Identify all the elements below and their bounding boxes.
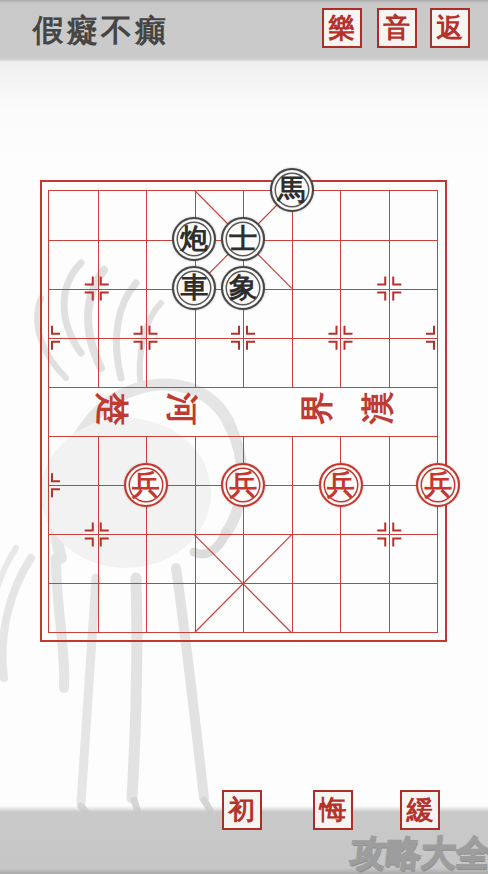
piece-red-soldier[interactable]: 兵: [221, 463, 265, 507]
board-cell: [49, 338, 98, 387]
app-screen: 假癡不癲 樂 音 返 楚河界漢馬炮士車象兵兵兵兵 初 悔 緩 攻略: [0, 0, 488, 874]
board-cell: [340, 191, 389, 240]
board-cell: [195, 534, 244, 583]
site-watermark: 攻略大全: [349, 830, 488, 874]
board-cell: [292, 338, 341, 387]
board-cell: [340, 387, 389, 436]
board-cell: [195, 387, 244, 436]
board-cell: [292, 240, 341, 289]
piece-black-advisor[interactable]: 士: [221, 217, 265, 261]
board-cell: [98, 338, 147, 387]
board-cell: [292, 289, 341, 338]
board-cell: [389, 338, 438, 387]
board-cell: [195, 583, 244, 632]
music-button[interactable]: 樂: [322, 8, 362, 48]
board-cell: [389, 534, 438, 583]
board-cell: [195, 338, 244, 387]
board-cell: [98, 534, 147, 583]
board-cell: [146, 338, 195, 387]
board-cell: [49, 191, 98, 240]
undo-button[interactable]: 悔: [313, 790, 353, 830]
board-cell: [98, 240, 147, 289]
board-cell: [49, 583, 98, 632]
board-cell: [98, 191, 147, 240]
board-cell: [292, 583, 341, 632]
board-cell: [389, 583, 438, 632]
board-cell: [389, 387, 438, 436]
hint-button[interactable]: 緩: [400, 790, 440, 830]
board-cell: [340, 338, 389, 387]
sound-button[interactable]: 音: [377, 8, 417, 48]
board-cell: [292, 534, 341, 583]
board-cell: [49, 485, 98, 534]
board-cell: [389, 289, 438, 338]
board-cell: [146, 387, 195, 436]
board-cell: [292, 387, 341, 436]
board-cell: [49, 289, 98, 338]
board-cell: [146, 534, 195, 583]
board-cell: [389, 191, 438, 240]
piece-black-horse[interactable]: 馬: [270, 168, 314, 212]
piece-red-soldier[interactable]: 兵: [416, 463, 460, 507]
xiangqi-board[interactable]: 楚河界漢馬炮士車象兵兵兵兵: [40, 180, 447, 642]
board-cell: [389, 240, 438, 289]
board-cell: [340, 583, 389, 632]
board-cell: [340, 534, 389, 583]
board-cell: [243, 583, 292, 632]
board-cell: [340, 289, 389, 338]
piece-red-soldier[interactable]: 兵: [124, 463, 168, 507]
board-cell: [98, 387, 147, 436]
board-cell: [98, 289, 147, 338]
board-cell: [243, 534, 292, 583]
back-button[interactable]: 返: [430, 8, 470, 48]
board-cell: [243, 387, 292, 436]
restart-button[interactable]: 初: [222, 790, 262, 830]
board-cell: [49, 240, 98, 289]
board-cell: [340, 240, 389, 289]
board-cell: [49, 436, 98, 485]
board-cell: [49, 387, 98, 436]
piece-red-soldier[interactable]: 兵: [319, 463, 363, 507]
board-cell: [98, 583, 147, 632]
board-cell: [49, 534, 98, 583]
board-cell: [146, 583, 195, 632]
puzzle-title: 假癡不癲: [33, 10, 169, 52]
board-cell: [243, 338, 292, 387]
